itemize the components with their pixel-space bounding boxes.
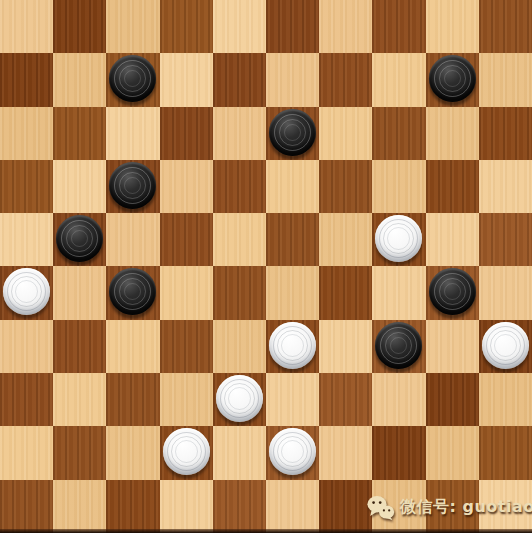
square-r6c0: [0, 320, 53, 373]
square-5[interactable]: [479, 0, 532, 53]
square-40[interactable]: [426, 373, 479, 426]
square-17[interactable]: [106, 160, 159, 213]
black-man-square-21[interactable]: [56, 215, 103, 262]
square-30[interactable]: [426, 266, 479, 319]
square-38[interactable]: [213, 373, 266, 426]
piece-ring: [228, 387, 251, 410]
square-31[interactable]: [53, 320, 106, 373]
square-14[interactable]: [372, 107, 425, 160]
square-r1c3: [160, 53, 213, 106]
square-r2c6: [319, 107, 372, 160]
square-9[interactable]: [319, 53, 372, 106]
square-19[interactable]: [319, 160, 372, 213]
square-20[interactable]: [426, 160, 479, 213]
square-r4c8: [426, 213, 479, 266]
white-man-square-38[interactable]: [216, 375, 263, 422]
black-man-square-13[interactable]: [269, 109, 316, 156]
square-10[interactable]: [426, 53, 479, 106]
square-3[interactable]: [266, 0, 319, 53]
piece-ring: [444, 283, 461, 300]
square-r6c6: [319, 320, 372, 373]
square-r7c1: [53, 373, 106, 426]
square-47[interactable]: [106, 480, 159, 533]
square-1[interactable]: [53, 0, 106, 53]
square-r9c1: [53, 480, 106, 533]
square-r8c8: [426, 426, 479, 479]
square-r5c7: [372, 266, 425, 319]
square-r0c8: [426, 0, 479, 53]
square-r3c9: [479, 160, 532, 213]
square-49[interactable]: [319, 480, 372, 533]
square-16[interactable]: [0, 160, 53, 213]
piece-ring: [390, 337, 407, 354]
board-bottom-edge: [0, 529, 532, 533]
square-41[interactable]: [53, 426, 106, 479]
square-2[interactable]: [160, 0, 213, 53]
square-r2c4: [213, 107, 266, 160]
piece-ring: [124, 70, 141, 87]
white-man-square-43[interactable]: [269, 428, 316, 475]
square-35[interactable]: [479, 320, 532, 373]
square-r0c6: [319, 0, 372, 53]
square-r0c2: [106, 0, 159, 53]
square-r6c2: [106, 320, 159, 373]
square-r2c8: [426, 107, 479, 160]
white-man-square-42[interactable]: [163, 428, 210, 475]
piece-ring: [15, 280, 38, 303]
square-r9c5: [266, 480, 319, 533]
square-28[interactable]: [213, 266, 266, 319]
square-r8c4: [213, 426, 266, 479]
piece-ring: [71, 230, 88, 247]
square-11[interactable]: [53, 107, 106, 160]
piece-ring: [494, 334, 517, 357]
square-r6c8: [426, 320, 479, 373]
square-r7c7: [372, 373, 425, 426]
square-r0c0: [0, 0, 53, 53]
square-27[interactable]: [106, 266, 159, 319]
square-8[interactable]: [213, 53, 266, 106]
watermark-text: 微信号: guotiao8: [400, 497, 532, 518]
square-r7c9: [479, 373, 532, 426]
square-r1c9: [479, 53, 532, 106]
black-man-square-34[interactable]: [375, 322, 422, 369]
piece-ring: [387, 227, 410, 250]
square-15[interactable]: [479, 107, 532, 160]
square-r5c3: [160, 266, 213, 319]
square-21[interactable]: [53, 213, 106, 266]
piece-ring: [124, 283, 141, 300]
square-6[interactable]: [0, 53, 53, 106]
square-46[interactable]: [0, 480, 53, 533]
square-23[interactable]: [266, 213, 319, 266]
square-r7c5: [266, 373, 319, 426]
square-r2c2: [106, 107, 159, 160]
square-r9c3: [160, 480, 213, 533]
piece-ring: [284, 124, 301, 141]
square-13[interactable]: [266, 107, 319, 160]
white-man-square-26[interactable]: [3, 268, 50, 315]
square-r8c6: [319, 426, 372, 479]
square-r4c4: [213, 213, 266, 266]
square-24[interactable]: [372, 213, 425, 266]
square-r3c7: [372, 160, 425, 213]
piece-ring: [281, 440, 304, 463]
white-man-square-24[interactable]: [375, 215, 422, 262]
square-r4c2: [106, 213, 159, 266]
square-r5c5: [266, 266, 319, 319]
square-26[interactable]: [0, 266, 53, 319]
square-r1c7: [372, 53, 425, 106]
square-18[interactable]: [213, 160, 266, 213]
square-36[interactable]: [0, 373, 53, 426]
white-man-square-35[interactable]: [482, 322, 529, 369]
checkers-board-wrap: 微信号: guotiao8: [0, 0, 532, 533]
square-25[interactable]: [479, 213, 532, 266]
square-r5c9: [479, 266, 532, 319]
square-r3c5: [266, 160, 319, 213]
square-r2c0: [0, 107, 53, 160]
square-37[interactable]: [106, 373, 159, 426]
black-man-square-10[interactable]: [429, 55, 476, 102]
square-48[interactable]: [213, 480, 266, 533]
square-r3c3: [160, 160, 213, 213]
black-man-square-17[interactable]: [109, 162, 156, 209]
square-r4c0: [0, 213, 53, 266]
wechat-icon: [367, 495, 395, 520]
watermark: 微信号: guotiao8: [367, 492, 532, 523]
square-r1c1: [53, 53, 106, 106]
square-45[interactable]: [479, 426, 532, 479]
piece-ring: [281, 334, 304, 357]
square-43[interactable]: [266, 426, 319, 479]
square-44[interactable]: [372, 426, 425, 479]
square-29[interactable]: [319, 266, 372, 319]
square-7[interactable]: [106, 53, 159, 106]
black-man-square-27[interactable]: [109, 268, 156, 315]
square-r6c4: [213, 320, 266, 373]
square-r8c2: [106, 426, 159, 479]
piece-ring: [175, 440, 198, 463]
black-man-square-30[interactable]: [429, 268, 476, 315]
square-39[interactable]: [319, 373, 372, 426]
square-22[interactable]: [160, 213, 213, 266]
square-32[interactable]: [160, 320, 213, 373]
square-42[interactable]: [160, 426, 213, 479]
square-r0c4: [213, 0, 266, 53]
square-r8c0: [0, 426, 53, 479]
board: [0, 0, 532, 533]
square-4[interactable]: [372, 0, 425, 53]
square-33[interactable]: [266, 320, 319, 373]
square-r3c1: [53, 160, 106, 213]
square-r1c5: [266, 53, 319, 106]
square-12[interactable]: [160, 107, 213, 160]
square-34[interactable]: [372, 320, 425, 373]
piece-ring: [444, 70, 461, 87]
white-man-square-33[interactable]: [269, 322, 316, 369]
piece-ring: [124, 177, 141, 194]
black-man-square-7[interactable]: [109, 55, 156, 102]
square-r4c6: [319, 213, 372, 266]
square-r5c1: [53, 266, 106, 319]
square-r7c3: [160, 373, 213, 426]
